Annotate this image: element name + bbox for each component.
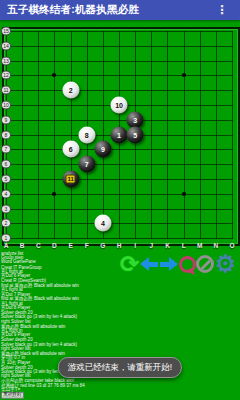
star-point-D12 <box>52 73 56 77</box>
row-label-3: 3 <box>1 204 11 213</box>
stone-white-2: 2 <box>62 82 79 99</box>
last-move-marker: 11 <box>65 175 75 184</box>
row-label-7: 7 <box>1 145 11 154</box>
title-bar: 五子棋终结者:机器执黑必胜 ⋮ <box>0 0 240 20</box>
row-label-14: 14 <box>1 41 11 50</box>
col-label-M: M <box>197 242 202 249</box>
stone-white-6: 6 <box>62 141 79 158</box>
stone-black-7: 7 <box>78 156 95 173</box>
row-label-6: 6 <box>1 160 11 169</box>
log-line: 黑棋胜利 <box>1 392 23 398</box>
row-label-13: 13 <box>1 56 11 65</box>
stone-white-8: 8 <box>78 126 95 143</box>
row-label-4: 4 <box>1 189 11 198</box>
settings-icon[interactable]: ⚙ <box>214 252 236 276</box>
col-label-D: D <box>52 242 57 249</box>
toolbar: ⟳ ⚙ <box>118 250 238 278</box>
col-label-N: N <box>214 242 219 249</box>
stone-white-4: 4 <box>94 215 111 232</box>
star-point-L12 <box>182 73 186 77</box>
col-label-A: A <box>4 242 9 249</box>
app-screen: 五子棋终结者:机器执黑必胜 ⋮ ABCDEFGHIJKLMNO151413121… <box>0 0 240 400</box>
stone-black-1: 1 <box>111 126 128 143</box>
row-label-11: 11 <box>1 86 11 95</box>
col-label-K: K <box>165 242 170 249</box>
col-label-G: G <box>100 242 105 249</box>
col-label-L: L <box>182 242 186 249</box>
col-label-I: I <box>134 242 136 249</box>
row-label-9: 9 <box>1 115 11 124</box>
col-label-F: F <box>85 242 89 249</box>
star-point-D4 <box>52 192 56 196</box>
stone-black-9: 9 <box>94 141 111 158</box>
row-label-10: 10 <box>1 101 11 110</box>
row-label-8: 8 <box>1 130 11 139</box>
col-label-J: J <box>150 242 154 249</box>
row-label-5: 5 <box>1 175 11 184</box>
stone-black-11: 11 <box>62 171 79 188</box>
undo-icon[interactable] <box>140 257 159 271</box>
row-label-2: 2 <box>1 219 11 228</box>
col-label-B: B <box>20 242 25 249</box>
row-label-1: 1 <box>1 234 11 243</box>
restart-icon[interactable]: ⟳ <box>120 253 139 276</box>
row-label-12: 12 <box>1 71 11 80</box>
log-line: 第11手T= <box>1 388 235 393</box>
col-label-E: E <box>68 242 72 249</box>
col-label-H: H <box>117 242 122 249</box>
magnifier-icon[interactable] <box>179 256 196 273</box>
redo-icon[interactable] <box>159 257 178 271</box>
star-point-L4 <box>182 192 186 196</box>
row-label-15: 15 <box>1 27 11 36</box>
forbid-icon[interactable] <box>196 255 214 273</box>
app-title: 五子棋终结者:机器执黑必胜 <box>0 3 139 17</box>
col-label-C: C <box>36 242 41 249</box>
overflow-menu-icon[interactable]: ⋮ <box>216 0 228 20</box>
col-label-O: O <box>230 242 235 249</box>
stone-white-10: 10 <box>111 97 128 114</box>
toast-message: 游戏已经结束，请重新开始! <box>58 357 182 378</box>
stone-black-5: 5 <box>127 126 144 143</box>
